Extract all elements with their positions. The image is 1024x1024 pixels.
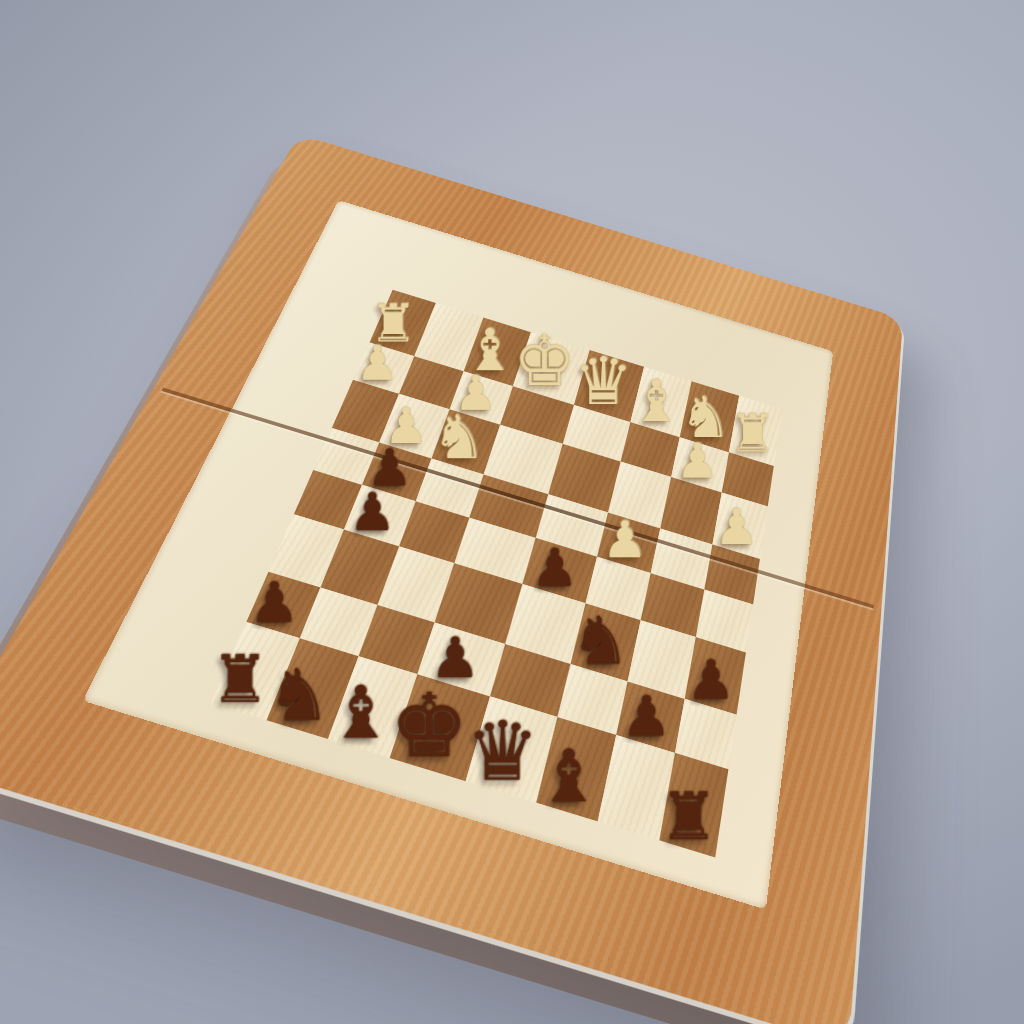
piece-white-rook[interactable]: ♜ <box>729 407 776 459</box>
piece-white-pawn[interactable]: ♟ <box>356 339 399 387</box>
piece-black-pawn[interactable]: ♟ <box>622 689 672 745</box>
piece-black-queen[interactable]: ♛ <box>466 711 539 793</box>
piece-black-king[interactable]: ♚ <box>390 683 469 771</box>
piece-black-bishop[interactable]: ♝ <box>536 740 601 813</box>
piece-white-king[interactable]: ♚ <box>513 326 576 396</box>
piece-black-pawn[interactable]: ♟ <box>249 575 299 631</box>
piece-black-knight[interactable]: ♞ <box>267 659 331 730</box>
piece-black-pawn[interactable]: ♟ <box>349 486 396 538</box>
piece-black-rook[interactable]: ♜ <box>211 647 270 713</box>
square-c4[interactable]: ♟ <box>597 512 661 573</box>
piece-black-knight[interactable]: ♞ <box>571 607 630 673</box>
square-e4[interactable] <box>470 475 548 538</box>
piece-white-pawn[interactable]: ♟ <box>676 437 719 485</box>
piece-white-pawn[interactable]: ♟ <box>715 503 760 553</box>
piece-black-bishop[interactable]: ♝ <box>328 677 393 750</box>
square-a1[interactable]: ♜ <box>729 396 783 466</box>
board-grid: ♜♝♚♛♝♞♜♟♟♟♟♞♟♟♟♟♟♞♟♟♟♟♜♞♝♚♛♝♜ <box>245 290 738 756</box>
piece-white-knight[interactable]: ♞ <box>432 407 486 468</box>
piece-white-queen[interactable]: ♛ <box>574 349 633 415</box>
piece-black-pawn[interactable]: ♟ <box>531 542 578 594</box>
piece-white-bishop[interactable]: ♝ <box>630 372 682 430</box>
piece-white-pawn[interactable]: ♟ <box>602 514 648 565</box>
piece-black-pawn[interactable]: ♟ <box>687 653 736 707</box>
square-a6[interactable]: ♟ <box>684 637 745 715</box>
piece-black-rook[interactable]: ♜ <box>659 784 718 850</box>
square-a8[interactable]: ♜ <box>659 753 728 858</box>
square-d3[interactable] <box>548 444 620 513</box>
